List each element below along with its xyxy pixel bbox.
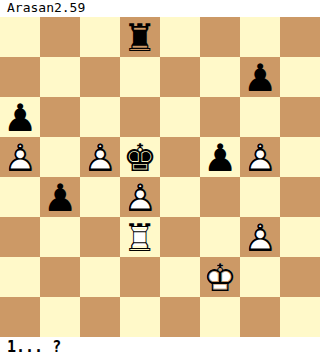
square-a3[interactable]	[0, 217, 40, 257]
square-d3[interactable]: ♜♖	[120, 217, 160, 257]
square-g8[interactable]	[240, 17, 280, 57]
square-g2[interactable]	[240, 257, 280, 297]
black-pawn-glyph: ♟	[240, 57, 280, 97]
square-b1[interactable]	[40, 297, 80, 337]
white-rook-glyph: ♖	[120, 217, 160, 257]
square-c3[interactable]	[80, 217, 120, 257]
square-h7[interactable]	[280, 57, 320, 97]
black-rook-glyph: ♜	[120, 17, 160, 57]
white-king-glyph: ♔	[200, 257, 240, 297]
square-f5[interactable]: ♟	[200, 137, 240, 177]
square-b6[interactable]	[40, 97, 80, 137]
square-b5[interactable]	[40, 137, 80, 177]
square-c2[interactable]	[80, 257, 120, 297]
square-a6[interactable]: ♟	[0, 97, 40, 137]
square-a5[interactable]: ♟♙	[0, 137, 40, 177]
black-pawn-g7[interactable]: ♟	[240, 57, 280, 97]
white-pawn-c5[interactable]: ♟♙	[80, 137, 120, 177]
square-d4[interactable]: ♟♙	[120, 177, 160, 217]
square-a4[interactable]	[0, 177, 40, 217]
white-rook-d3[interactable]: ♜♖	[120, 217, 160, 257]
black-pawn-b4[interactable]: ♟	[40, 177, 80, 217]
white-pawn-glyph: ♙	[240, 137, 280, 177]
black-pawn-a6[interactable]: ♟	[0, 97, 40, 137]
square-h4[interactable]	[280, 177, 320, 217]
move-prompt: 1... ?	[7, 338, 61, 356]
white-pawn-glyph: ♙	[0, 137, 40, 177]
square-d2[interactable]	[120, 257, 160, 297]
square-c6[interactable]	[80, 97, 120, 137]
square-e1[interactable]	[160, 297, 200, 337]
square-f8[interactable]	[200, 17, 240, 57]
black-pawn-glyph: ♟	[0, 97, 40, 137]
square-c5[interactable]: ♟♙	[80, 137, 120, 177]
chess-board: ♜♟♟♟♙♟♙♚♟♟♙♟♟♙♜♖♟♙♚♔	[0, 17, 320, 337]
square-g7[interactable]: ♟	[240, 57, 280, 97]
square-b8[interactable]	[40, 17, 80, 57]
white-pawn-a5[interactable]: ♟♙	[0, 137, 40, 177]
square-f7[interactable]	[200, 57, 240, 97]
square-f2[interactable]: ♚♔	[200, 257, 240, 297]
square-a1[interactable]	[0, 297, 40, 337]
square-b3[interactable]	[40, 217, 80, 257]
chess-diagram-window: Arasan2.59 ♜♟♟♟♙♟♙♚♟♟♙♟♟♙♜♖♟♙♚♔ 1... ?	[0, 0, 320, 360]
square-g4[interactable]	[240, 177, 280, 217]
square-h1[interactable]	[280, 297, 320, 337]
square-f1[interactable]	[200, 297, 240, 337]
square-d5[interactable]: ♚	[120, 137, 160, 177]
white-king-f2[interactable]: ♚♔	[200, 257, 240, 297]
square-e3[interactable]	[160, 217, 200, 257]
square-h5[interactable]	[280, 137, 320, 177]
square-d7[interactable]	[120, 57, 160, 97]
square-e5[interactable]	[160, 137, 200, 177]
white-pawn-g3[interactable]: ♟♙	[240, 217, 280, 257]
square-h2[interactable]	[280, 257, 320, 297]
square-g3[interactable]: ♟♙	[240, 217, 280, 257]
square-c1[interactable]	[80, 297, 120, 337]
square-f4[interactable]	[200, 177, 240, 217]
square-e6[interactable]	[160, 97, 200, 137]
square-a2[interactable]	[0, 257, 40, 297]
square-a8[interactable]	[0, 17, 40, 57]
square-b4[interactable]: ♟	[40, 177, 80, 217]
square-e8[interactable]	[160, 17, 200, 57]
square-d8[interactable]: ♜	[120, 17, 160, 57]
square-d1[interactable]	[120, 297, 160, 337]
black-king-d5[interactable]: ♚	[120, 137, 160, 177]
square-f3[interactable]	[200, 217, 240, 257]
square-b7[interactable]	[40, 57, 80, 97]
white-pawn-glyph: ♙	[240, 217, 280, 257]
square-h3[interactable]	[280, 217, 320, 257]
square-h6[interactable]	[280, 97, 320, 137]
square-e7[interactable]	[160, 57, 200, 97]
square-c7[interactable]	[80, 57, 120, 97]
square-b2[interactable]	[40, 257, 80, 297]
black-pawn-glyph: ♟	[40, 177, 80, 217]
square-g1[interactable]	[240, 297, 280, 337]
white-pawn-glyph: ♙	[80, 137, 120, 177]
black-rook-d8[interactable]: ♜	[120, 17, 160, 57]
white-pawn-g5[interactable]: ♟♙	[240, 137, 280, 177]
square-c8[interactable]	[80, 17, 120, 57]
black-pawn-glyph: ♟	[200, 137, 240, 177]
square-g5[interactable]: ♟♙	[240, 137, 280, 177]
white-pawn-d4[interactable]: ♟♙	[120, 177, 160, 217]
white-pawn-glyph: ♙	[120, 177, 160, 217]
square-e2[interactable]	[160, 257, 200, 297]
square-f6[interactable]	[200, 97, 240, 137]
square-g6[interactable]	[240, 97, 280, 137]
black-pawn-f5[interactable]: ♟	[200, 137, 240, 177]
square-e4[interactable]	[160, 177, 200, 217]
engine-title: Arasan2.59	[7, 0, 85, 17]
square-a7[interactable]	[0, 57, 40, 97]
square-d6[interactable]	[120, 97, 160, 137]
black-king-glyph: ♚	[120, 137, 160, 177]
square-h8[interactable]	[280, 17, 320, 57]
square-c4[interactable]	[80, 177, 120, 217]
